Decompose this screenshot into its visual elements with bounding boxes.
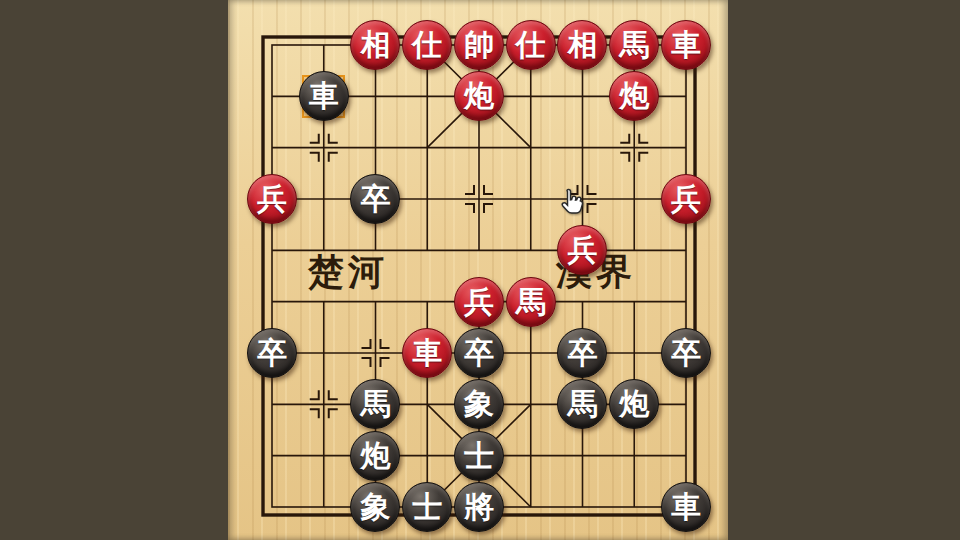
- red-piece-glyph: 仕: [506, 20, 556, 70]
- piece-red-king[interactable]: 帥: [453, 19, 505, 70]
- board-grid: 相仕帥仕相馬車車炮炮兵卒兵兵兵馬卒車卒卒卒馬象馬炮炮士象士將車: [246, 19, 712, 532]
- piece-black-horse[interactable]: 馬: [350, 379, 402, 430]
- piece-red-advisor[interactable]: 仕: [401, 19, 453, 70]
- app-window: 楚河 漢界 相仕帥仕相馬車車炮炮兵卒兵兵兵馬卒車卒卒卒馬象馬炮炮士象士將車: [0, 0, 960, 540]
- black-piece-glyph: 象: [350, 482, 400, 532]
- red-piece-glyph: 馬: [609, 20, 659, 70]
- black-piece-glyph: 車: [661, 482, 711, 532]
- red-piece-glyph: 炮: [609, 71, 659, 121]
- piece-black-soldier[interactable]: 卒: [246, 327, 298, 378]
- black-piece-glyph: 士: [402, 482, 452, 532]
- black-piece-glyph: 士: [454, 431, 504, 481]
- piece-red-soldier[interactable]: 兵: [557, 225, 609, 276]
- piece-black-elephant[interactable]: 象: [453, 379, 505, 430]
- red-piece-glyph: 仕: [402, 20, 452, 70]
- letterbox-left: [0, 0, 228, 540]
- black-piece-glyph: 卒: [454, 328, 504, 378]
- piece-red-soldier[interactable]: 兵: [453, 276, 505, 327]
- piece-red-cannon[interactable]: 炮: [608, 71, 660, 122]
- piece-black-soldier[interactable]: 卒: [350, 173, 402, 224]
- piece-black-elephant[interactable]: 象: [350, 481, 402, 532]
- piece-red-chariot[interactable]: 車: [660, 19, 712, 70]
- red-piece-glyph: 帥: [454, 20, 504, 70]
- black-piece-glyph: 馬: [557, 379, 607, 429]
- piece-red-soldier[interactable]: 兵: [660, 173, 712, 224]
- black-piece-glyph: 卒: [661, 328, 711, 378]
- piece-black-soldier[interactable]: 卒: [557, 327, 609, 378]
- piece-black-soldier[interactable]: 卒: [453, 327, 505, 378]
- black-piece-glyph: 將: [454, 482, 504, 532]
- piece-black-cannon[interactable]: 炮: [350, 430, 402, 481]
- piece-red-horse[interactable]: 馬: [505, 276, 557, 327]
- piece-black-advisor[interactable]: 士: [453, 430, 505, 481]
- black-piece-glyph: 馬: [350, 379, 400, 429]
- black-piece-glyph: 象: [454, 379, 504, 429]
- piece-red-chariot[interactable]: 車: [401, 327, 453, 378]
- piece-black-chariot[interactable]: 車: [660, 481, 712, 532]
- red-piece-glyph: 相: [557, 20, 607, 70]
- red-piece-glyph: 兵: [247, 174, 297, 224]
- xiangqi-board: 楚河 漢界 相仕帥仕相馬車車炮炮兵卒兵兵兵馬卒車卒卒卒馬象馬炮炮士象士將車: [228, 0, 728, 540]
- letterbox-right: [728, 0, 960, 540]
- black-piece-glyph: 卒: [350, 174, 400, 224]
- piece-red-elephant[interactable]: 相: [350, 19, 402, 70]
- piece-black-soldier[interactable]: 卒: [660, 327, 712, 378]
- red-piece-glyph: 車: [402, 328, 452, 378]
- hand-cursor: [558, 186, 588, 218]
- red-piece-glyph: 馬: [506, 277, 556, 327]
- red-piece-glyph: 相: [350, 20, 400, 70]
- black-piece-glyph: 炮: [609, 379, 659, 429]
- piece-red-elephant[interactable]: 相: [557, 19, 609, 70]
- piece-black-cannon[interactable]: 炮: [608, 379, 660, 430]
- black-piece-glyph: 炮: [350, 431, 400, 481]
- piece-black-advisor[interactable]: 士: [401, 481, 453, 532]
- piece-red-cannon[interactable]: 炮: [453, 71, 505, 122]
- black-piece-glyph: 卒: [557, 328, 607, 378]
- piece-red-soldier[interactable]: 兵: [246, 173, 298, 224]
- black-piece-glyph: 車: [299, 71, 349, 121]
- red-piece-glyph: 兵: [661, 174, 711, 224]
- red-piece-glyph: 兵: [557, 225, 607, 275]
- piece-black-king[interactable]: 將: [453, 481, 505, 532]
- piece-red-advisor[interactable]: 仕: [505, 19, 557, 70]
- piece-red-horse[interactable]: 馬: [608, 19, 660, 70]
- red-piece-glyph: 兵: [454, 277, 504, 327]
- red-piece-glyph: 車: [661, 20, 711, 70]
- piece-black-horse[interactable]: 馬: [557, 379, 609, 430]
- red-piece-glyph: 炮: [454, 71, 504, 121]
- black-piece-glyph: 卒: [247, 328, 297, 378]
- piece-black-chariot[interactable]: 車: [298, 71, 350, 122]
